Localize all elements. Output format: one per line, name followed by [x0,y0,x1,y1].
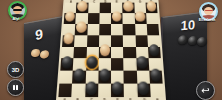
square-g3[interactable] [136,58,149,70]
board-frame: ABCDEFGH ABCDEFGH [56,0,166,100]
square-h1[interactable] [150,84,164,97]
file-label-e: E [114,98,121,100]
dark-piece-g3[interactable] [137,56,148,68]
square-c8[interactable] [88,3,100,13]
square-g5[interactable] [135,35,148,47]
dark-piece-h2[interactable] [150,69,162,82]
square-f1[interactable] [124,84,137,97]
dark-piece-c1[interactable] [86,81,97,94]
square-c6[interactable] [87,24,99,35]
square-d1[interactable] [98,84,111,97]
square-b8[interactable] [76,3,88,13]
square-e3[interactable] [111,58,124,70]
square-h7[interactable] [146,13,158,24]
square-b2[interactable] [72,71,85,84]
square-a5[interactable] [62,35,75,47]
square-c1[interactable] [85,84,98,97]
file-label-f: F [127,98,134,100]
square-g7[interactable] [134,13,146,24]
light-piece-b6[interactable] [76,22,87,33]
checkers-board: ABCDEFGH ABCDEFGH [56,0,166,100]
light-piece-d4[interactable] [100,44,110,56]
undo-arrow-icon: ↩ [201,86,209,96]
selected-dark-piece-c3[interactable] [87,56,98,68]
square-a1[interactable] [58,84,72,97]
glasses-icon [205,10,213,11]
light-piece-g7[interactable] [135,11,145,22]
captured-tan-piece [40,49,49,59]
file-label-b: B [75,98,82,100]
file-label-a: A [68,0,74,2]
square-h2[interactable] [149,71,163,84]
undo-button[interactable]: ↩ [196,81,215,100]
pause-icon [13,85,18,90]
light-piece-a5[interactable] [63,33,74,44]
square-c3[interactable] [86,58,99,70]
board-grid [58,3,163,97]
square-e6[interactable] [111,24,123,35]
dark-piece-b2[interactable] [73,69,84,82]
square-h6[interactable] [146,24,159,35]
square-e1[interactable] [111,84,124,97]
square-f5[interactable] [123,35,135,47]
dark-piece-g1[interactable] [138,81,150,94]
file-label-c: C [88,98,95,100]
square-a7[interactable] [64,13,76,24]
file-label-g: G [137,0,143,2]
light-piece-e7[interactable] [112,11,122,22]
square-d2[interactable] [98,71,111,84]
square-f8[interactable] [122,3,134,13]
file-label-a: A [61,98,68,100]
file-label-c: C [91,0,97,2]
captured-blk-piece [178,35,188,45]
dark-piece-d2[interactable] [99,69,110,82]
captured-tan-piece [31,48,40,58]
dark-piece-a3[interactable] [61,56,72,68]
game-scene: 9 10 ABCDEFGH ABCDEFGH Alyi Elizabeth 3D… [0,0,222,100]
file-labels-bottom: ABCDEFGH [58,97,164,100]
pause-button[interactable] [7,79,24,96]
square-f2[interactable] [124,71,137,84]
square-d8[interactable] [99,3,111,13]
light-piece-h8[interactable] [146,1,156,11]
square-a3[interactable] [60,58,73,70]
square-e4[interactable] [111,47,123,59]
left-piece-counter: 9 [29,24,48,44]
view-3d-button[interactable]: 3D [7,61,24,78]
file-label-g: G [141,98,148,100]
light-piece-f8[interactable] [123,1,133,11]
square-c5[interactable] [87,35,99,47]
light-piece-a7[interactable] [65,11,76,22]
file-label-h: H [154,98,161,100]
file-label-d: D [102,0,108,2]
square-f3[interactable] [123,58,136,70]
square-f4[interactable] [123,47,136,59]
square-d6[interactable] [99,24,111,35]
file-label-e: E [114,0,120,2]
square-g1[interactable] [137,84,151,97]
square-b5[interactable] [74,35,87,47]
sunglasses-icon [13,9,22,11]
captured-blk-piece [188,36,198,46]
square-h8[interactable] [145,3,157,13]
square-f6[interactable] [123,24,135,35]
square-b4[interactable] [74,47,87,59]
square-f7[interactable] [123,13,135,24]
left-player-name: Alyi [7,17,26,21]
square-h4[interactable] [148,47,161,59]
square-d4[interactable] [99,47,111,59]
square-g6[interactable] [135,24,147,35]
dark-piece-e1[interactable] [112,81,123,94]
dark-piece-h4[interactable] [149,44,160,56]
light-piece-b8[interactable] [77,1,87,11]
square-e5[interactable] [111,35,123,47]
square-a2[interactable] [59,71,73,84]
square-d7[interactable] [99,13,111,24]
square-b6[interactable] [75,24,87,35]
captured-blk-piece [197,36,207,46]
square-c7[interactable] [87,13,99,24]
file-label-d: D [101,98,108,100]
square-b1[interactable] [72,84,86,97]
right-piece-counter: 10 [176,17,201,34]
right-player-name: Elizabeth [198,18,217,22]
square-e7[interactable] [111,13,123,24]
